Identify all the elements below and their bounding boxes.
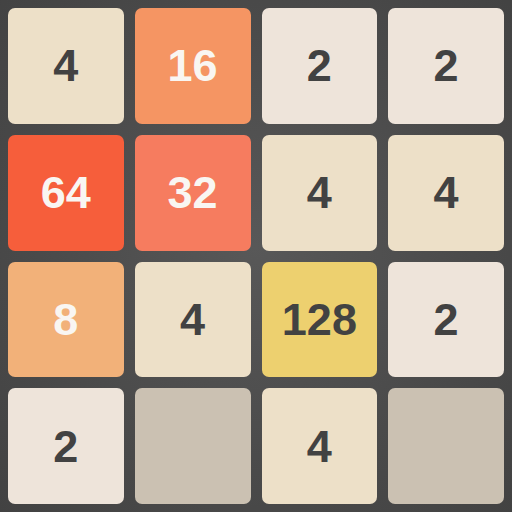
tile-2-r3c0: 2 [8,388,124,504]
tile-128-r2c2: 128 [262,262,378,378]
tile-4-r2c1: 4 [135,262,251,378]
tile-16-r0c1: 16 [135,8,251,124]
tile-4-r1c3: 4 [388,135,504,251]
tile-2-r0c3: 2 [388,8,504,124]
tile-4-r1c2: 4 [262,135,378,251]
empty-cell-r3c1 [135,388,251,504]
tile-2-r0c2: 2 [262,8,378,124]
tile-32-r1c1: 32 [135,135,251,251]
tile-8-r2c0: 8 [8,262,124,378]
tile-4-r0c0: 4 [8,8,124,124]
tile-64-r1c0: 64 [8,135,124,251]
empty-cell-r3c3 [388,388,504,504]
tile-4-r3c2: 4 [262,388,378,504]
board-2048[interactable]: 4162264324484128224 [0,0,512,512]
tile-2-r2c3: 2 [388,262,504,378]
